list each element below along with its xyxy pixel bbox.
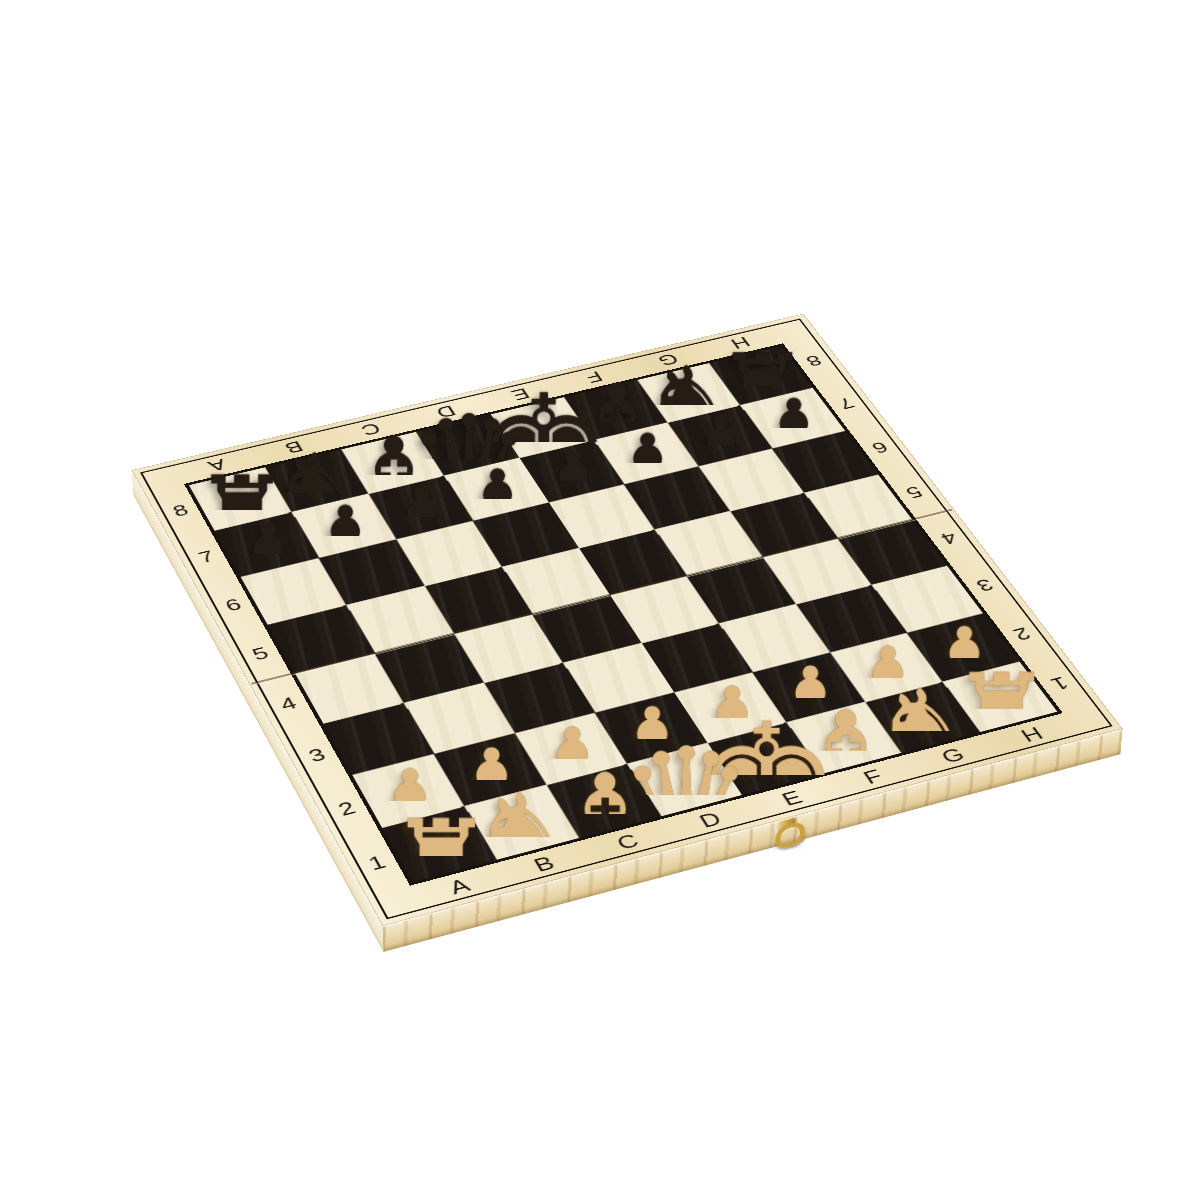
chess-board: ABCDEFGH ABCDEFGH 87654321 87654321 ♜♞♝♛… xyxy=(131,314,1122,926)
board-top-face: ABCDEFGH ABCDEFGH 87654321 87654321 ♜♞♝♛… xyxy=(131,314,1122,926)
square-d4[interactable] xyxy=(532,595,641,663)
product-photo: ABCDEFGH ABCDEFGH 87654321 87654321 ♜♞♝♛… xyxy=(0,0,1200,1200)
scene: ABCDEFGH ABCDEFGH 87654321 87654321 ♜♞♝♛… xyxy=(0,0,1200,1200)
